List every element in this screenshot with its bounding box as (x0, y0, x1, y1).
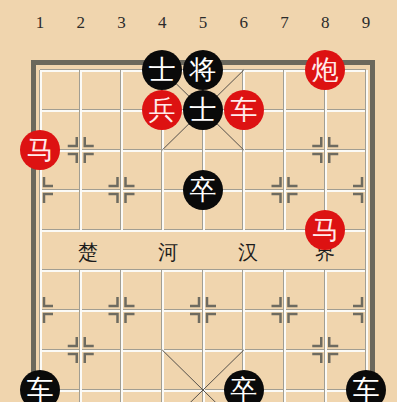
intersection-c2r9[interactable] (60, 370, 101, 402)
intersection-c3r5[interactable] (101, 210, 142, 250)
intersection-c4r9[interactable] (142, 370, 183, 402)
intersection-c8r4[interactable] (305, 170, 346, 210)
intersection-c7r8[interactable] (264, 330, 305, 370)
piece-black-advisor[interactable]: 士 (142, 50, 182, 90)
intersection-c6r8[interactable] (223, 330, 264, 370)
intersection-c2r1[interactable] (60, 50, 101, 90)
intersection-c3r7[interactable] (101, 290, 142, 330)
intersection-c1r9[interactable]: 车 (20, 370, 61, 402)
intersection-c6r4[interactable] (223, 170, 264, 210)
intersection-c9r1[interactable] (346, 50, 387, 90)
intersection-c9r8[interactable] (346, 330, 387, 370)
intersection-c4r8[interactable] (142, 330, 183, 370)
intersection-c4r6[interactable] (142, 250, 183, 290)
intersection-c9r5[interactable] (346, 210, 387, 250)
intersection-c8r6[interactable] (305, 250, 346, 290)
intersection-c2r5[interactable] (60, 210, 101, 250)
intersection-c9r9[interactable]: 车 (346, 370, 387, 402)
intersection-c2r7[interactable] (60, 290, 101, 330)
intersection-c8r5[interactable]: 马 (305, 210, 346, 250)
intersection-c6r3[interactable] (223, 130, 264, 170)
intersection-c3r6[interactable] (101, 250, 142, 290)
intersection-c9r4[interactable] (346, 170, 387, 210)
xiangqi-board-screen: 123456789 楚河汉界 士将炮兵士车马卒马车卒车 (0, 0, 397, 402)
intersection-c2r4[interactable] (60, 170, 101, 210)
intersection-c4r3[interactable] (142, 130, 183, 170)
piece-black-chariot[interactable]: 车 (346, 370, 386, 402)
intersection-c3r8[interactable] (101, 330, 142, 370)
intersection-c7r5[interactable] (264, 210, 305, 250)
intersection-c1r2[interactable] (20, 90, 61, 130)
board: 士将炮兵士车马卒马车卒车 (20, 50, 387, 402)
piece-black-general[interactable]: 将 (183, 50, 223, 90)
intersection-c3r3[interactable] (101, 130, 142, 170)
intersection-c5r6[interactable] (183, 250, 224, 290)
intersection-c1r5[interactable] (20, 210, 61, 250)
intersection-c8r2[interactable] (305, 90, 346, 130)
intersection-c1r7[interactable] (20, 290, 61, 330)
intersection-c6r2[interactable]: 车 (223, 90, 264, 130)
intersection-c4r7[interactable] (142, 290, 183, 330)
intersection-c2r8[interactable] (60, 330, 101, 370)
intersection-c3r4[interactable] (101, 170, 142, 210)
intersection-c9r7[interactable] (346, 290, 387, 330)
intersection-c2r2[interactable] (60, 90, 101, 130)
intersection-c7r2[interactable] (264, 90, 305, 130)
intersection-c4r1[interactable]: 士 (142, 50, 183, 90)
intersection-c5r4[interactable]: 卒 (183, 170, 224, 210)
piece-red-chariot[interactable]: 车 (224, 90, 264, 130)
intersection-c6r6[interactable] (223, 250, 264, 290)
piece-red-horse[interactable]: 马 (20, 130, 60, 170)
intersection-c5r5[interactable] (183, 210, 224, 250)
intersection-c5r1[interactable]: 将 (183, 50, 224, 90)
intersection-c5r9[interactable] (183, 370, 224, 402)
intersection-c1r3[interactable]: 马 (20, 130, 61, 170)
piece-black-soldier[interactable]: 卒 (183, 170, 223, 210)
intersection-c1r6[interactable] (20, 250, 61, 290)
intersection-c5r8[interactable] (183, 330, 224, 370)
intersection-c1r1[interactable] (20, 50, 61, 90)
intersection-c5r2[interactable]: 士 (183, 90, 224, 130)
intersection-c3r9[interactable] (101, 370, 142, 402)
intersection-c1r8[interactable] (20, 330, 61, 370)
intersection-c6r1[interactable] (223, 50, 264, 90)
intersection-c4r2[interactable]: 兵 (142, 90, 183, 130)
intersection-c5r7[interactable] (183, 290, 224, 330)
intersection-c3r1[interactable] (101, 50, 142, 90)
intersection-c7r4[interactable] (264, 170, 305, 210)
intersection-c6r7[interactable] (223, 290, 264, 330)
piece-red-horse[interactable]: 马 (305, 210, 345, 250)
piece-red-soldier[interactable]: 兵 (142, 90, 182, 130)
piece-black-advisor[interactable]: 士 (183, 90, 223, 130)
intersection-c7r3[interactable] (264, 130, 305, 170)
intersection-c9r2[interactable] (346, 90, 387, 130)
intersection-c7r1[interactable] (264, 50, 305, 90)
intersection-c8r9[interactable] (305, 370, 346, 402)
intersection-c7r6[interactable] (264, 250, 305, 290)
intersection-c5r3[interactable] (183, 130, 224, 170)
intersection-c8r7[interactable] (305, 290, 346, 330)
intersection-c9r3[interactable] (346, 130, 387, 170)
intersection-c7r9[interactable] (264, 370, 305, 402)
piece-black-soldier[interactable]: 卒 (224, 370, 264, 402)
intersection-c2r6[interactable] (60, 250, 101, 290)
intersection-c1r4[interactable] (20, 170, 61, 210)
intersection-c7r7[interactable] (264, 290, 305, 330)
intersection-c8r3[interactable] (305, 130, 346, 170)
intersection-c2r3[interactable] (60, 130, 101, 170)
piece-black-chariot[interactable]: 车 (20, 370, 60, 402)
intersection-c8r8[interactable] (305, 330, 346, 370)
intersection-c4r5[interactable] (142, 210, 183, 250)
intersection-c6r9[interactable]: 卒 (223, 370, 264, 402)
piece-red-cannon[interactable]: 炮 (305, 50, 345, 90)
intersection-c3r2[interactable] (101, 90, 142, 130)
intersection-c9r6[interactable] (346, 250, 387, 290)
intersection-c4r4[interactable] (142, 170, 183, 210)
intersection-c8r1[interactable]: 炮 (305, 50, 346, 90)
intersection-c6r5[interactable] (223, 210, 264, 250)
